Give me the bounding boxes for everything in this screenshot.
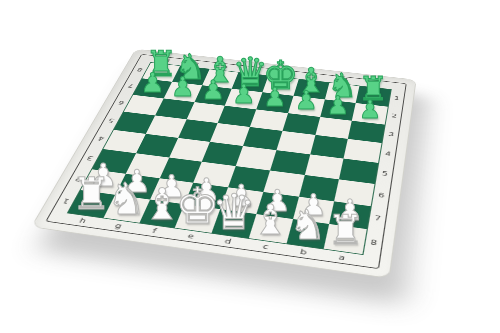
rank-label-3: 3: [382, 124, 401, 145]
rank-label-8: 8: [362, 229, 384, 256]
rank-label-6: 6: [371, 184, 392, 208]
rank-label-2: 2: [385, 107, 403, 127]
chessboard-mat: hgfedcba hgfedcba 12345678 12345678: [32, 49, 415, 277]
rank-label-1: 1: [388, 90, 406, 109]
photo-canvas: hgfedcba hgfedcba 12345678 12345678 ♜♞♝♛…: [0, 0, 500, 333]
rank-label-7: 7: [367, 206, 388, 232]
rank-label-5: 5: [375, 163, 395, 186]
rank-label-4: 4: [378, 143, 397, 165]
